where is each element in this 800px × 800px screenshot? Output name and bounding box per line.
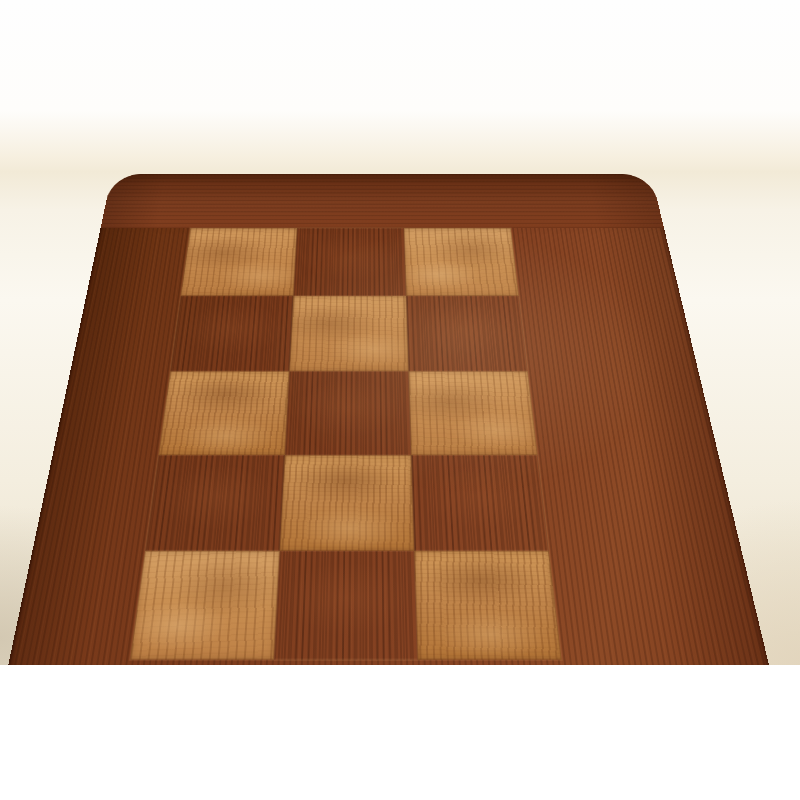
board-cell-r5c1 — [129, 551, 279, 660]
board-cell-r3c1 — [158, 371, 289, 456]
board-cell-r3c2 — [284, 371, 410, 456]
board-cell-r4c2 — [279, 456, 414, 551]
board-cell-r4c3 — [411, 456, 549, 551]
table-top — [3, 174, 775, 665]
board-cell-r2c3 — [406, 296, 528, 371]
photo-frame — [0, 0, 800, 800]
board-cell-r5c3 — [414, 551, 561, 660]
board-cell-r2c1 — [170, 296, 293, 371]
photo-background — [0, 0, 800, 665]
checkerboard — [129, 228, 561, 660]
board-cell-r3c3 — [408, 371, 537, 456]
board-cell-r1c2 — [293, 228, 406, 296]
photo-margin-bottom — [0, 665, 800, 800]
board-cell-r5c2 — [273, 551, 417, 660]
board-cell-r1c3 — [404, 228, 519, 296]
board-cell-r4c1 — [145, 456, 285, 551]
board-cell-r1c1 — [180, 228, 296, 296]
table-frame-top-rail — [101, 174, 664, 228]
board-cell-r2c2 — [289, 296, 408, 371]
